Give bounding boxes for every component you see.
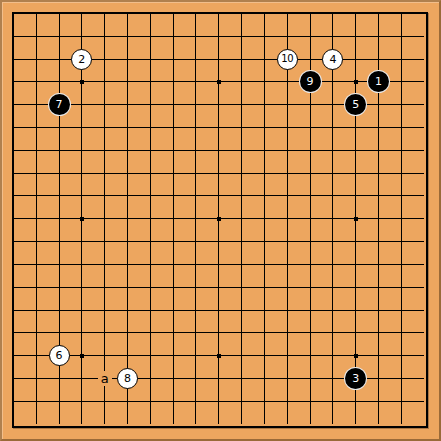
- stone-white-2: 2: [71, 49, 92, 70]
- stone-black-9: 9: [300, 71, 321, 92]
- grid-line-horizontal: [13, 241, 424, 242]
- star-point: [354, 354, 358, 358]
- grid-line-vertical: [332, 13, 333, 424]
- star-point: [217, 217, 221, 221]
- grid-line-vertical: [241, 13, 242, 424]
- stone-white-6: 6: [49, 345, 70, 366]
- star-point: [80, 80, 84, 84]
- star-point: [217, 80, 221, 84]
- star-point: [80, 354, 84, 358]
- grid-line-vertical: [264, 13, 265, 424]
- grid-line-horizontal: [13, 310, 424, 311]
- point-label-a: a: [98, 371, 112, 386]
- star-point: [80, 217, 84, 221]
- stone-white-8: 8: [117, 368, 138, 389]
- star-point: [217, 354, 221, 358]
- stone-white-4: 4: [322, 49, 343, 70]
- grid-line-vertical: [287, 13, 288, 424]
- grid-line-horizontal: [13, 332, 424, 333]
- grid-line-horizontal: [13, 287, 424, 288]
- stone-white-10: 10: [277, 49, 298, 70]
- star-point: [354, 217, 358, 221]
- grid-line-horizontal: [13, 401, 424, 402]
- star-point: [354, 80, 358, 84]
- grid-line-horizontal: [13, 264, 424, 265]
- go-board-diagram: 12345678910a: [0, 0, 441, 441]
- stone-black-7: 7: [49, 94, 70, 115]
- grid-line-vertical: [401, 13, 402, 424]
